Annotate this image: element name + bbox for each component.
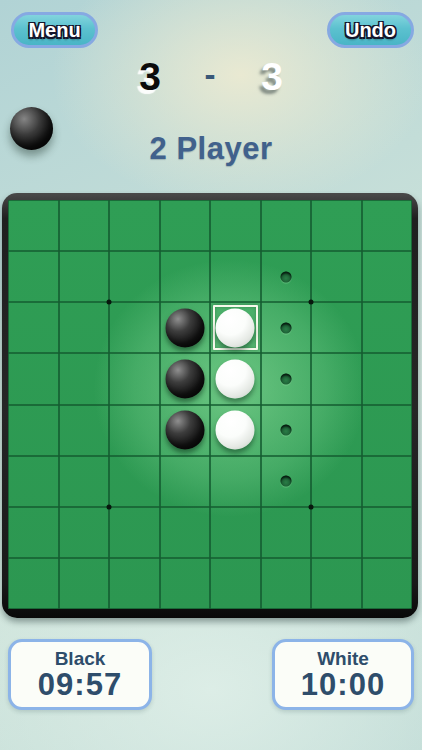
cell-e2[interactable] — [210, 251, 261, 302]
cell-h3[interactable] — [362, 302, 413, 353]
cell-c4[interactable] — [109, 353, 160, 404]
cell-e3[interactable] — [210, 302, 261, 353]
cell-b1[interactable] — [59, 200, 110, 251]
cell-d6[interactable] — [160, 456, 211, 507]
white-clock: White 10:00 — [272, 639, 414, 710]
score-black: 3 — [120, 55, 180, 99]
cell-c6[interactable] — [109, 456, 160, 507]
legal-move-hint[interactable] — [280, 373, 291, 384]
cell-g3[interactable] — [311, 302, 362, 353]
black-disc — [165, 411, 204, 450]
cell-g1[interactable] — [311, 200, 362, 251]
white-disc — [216, 359, 255, 398]
cell-g4[interactable] — [311, 353, 362, 404]
legal-move-hint[interactable] — [280, 476, 291, 487]
cell-d8[interactable] — [160, 558, 211, 609]
cell-c8[interactable] — [109, 558, 160, 609]
cell-g7[interactable] — [311, 507, 362, 558]
board-star-point — [107, 504, 112, 509]
cell-h4[interactable] — [362, 353, 413, 404]
cell-a8[interactable] — [8, 558, 59, 609]
cell-b4[interactable] — [59, 353, 110, 404]
cell-d7[interactable] — [160, 507, 211, 558]
othello-board — [8, 200, 412, 609]
cell-g8[interactable] — [311, 558, 362, 609]
score-separator: - — [180, 56, 240, 94]
cell-b7[interactable] — [59, 507, 110, 558]
cell-d2[interactable] — [160, 251, 211, 302]
black-clock: Black 09:57 — [8, 639, 152, 710]
cell-e1[interactable] — [210, 200, 261, 251]
cell-a7[interactable] — [8, 507, 59, 558]
cell-a2[interactable] — [8, 251, 59, 302]
cell-a3[interactable] — [8, 302, 59, 353]
cell-a5[interactable] — [8, 405, 59, 456]
cell-g6[interactable] — [311, 456, 362, 507]
board-star-point — [107, 300, 112, 305]
cell-g5[interactable] — [311, 405, 362, 456]
cell-a1[interactable] — [8, 200, 59, 251]
cell-h8[interactable] — [362, 558, 413, 609]
cell-g2[interactable] — [311, 251, 362, 302]
cell-h2[interactable] — [362, 251, 413, 302]
cell-a4[interactable] — [8, 353, 59, 404]
cell-f2[interactable] — [261, 251, 312, 302]
white-clock-label: White — [317, 649, 369, 669]
cell-c2[interactable] — [109, 251, 160, 302]
board-frame — [2, 193, 418, 618]
cell-c1[interactable] — [109, 200, 160, 251]
legal-move-hint[interactable] — [280, 322, 291, 333]
cell-b5[interactable] — [59, 405, 110, 456]
cell-e8[interactable] — [210, 558, 261, 609]
cell-h1[interactable] — [362, 200, 413, 251]
cell-f6[interactable] — [261, 456, 312, 507]
cell-c7[interactable] — [109, 507, 160, 558]
game-mode-label: 2 Player — [0, 131, 422, 167]
cell-e4[interactable] — [210, 353, 261, 404]
cell-d4[interactable] — [160, 353, 211, 404]
cell-f1[interactable] — [261, 200, 312, 251]
board-star-point — [309, 504, 314, 509]
cell-c3[interactable] — [109, 302, 160, 353]
cell-f4[interactable] — [261, 353, 312, 404]
black-clock-label: Black — [55, 649, 106, 669]
cell-b3[interactable] — [59, 302, 110, 353]
cell-f3[interactable] — [261, 302, 312, 353]
cell-h5[interactable] — [362, 405, 413, 456]
score-white: 3 — [242, 55, 302, 99]
cell-d3[interactable] — [160, 302, 211, 353]
cell-d5[interactable] — [160, 405, 211, 456]
black-clock-time: 09:57 — [38, 669, 122, 701]
menu-button[interactable]: Menu — [11, 12, 98, 48]
cell-f7[interactable] — [261, 507, 312, 558]
white-disc — [216, 411, 255, 450]
cell-b2[interactable] — [59, 251, 110, 302]
white-clock-time: 10:00 — [301, 669, 385, 701]
cell-h7[interactable] — [362, 507, 413, 558]
legal-move-hint[interactable] — [280, 271, 291, 282]
cell-a6[interactable] — [8, 456, 59, 507]
board-star-point — [309, 300, 314, 305]
cell-h6[interactable] — [362, 456, 413, 507]
black-disc — [165, 359, 204, 398]
cell-d1[interactable] — [160, 200, 211, 251]
undo-button[interactable]: Undo — [327, 12, 414, 48]
cell-e6[interactable] — [210, 456, 261, 507]
legal-move-hint[interactable] — [280, 425, 291, 436]
white-disc — [216, 308, 255, 347]
cell-b6[interactable] — [59, 456, 110, 507]
cell-c5[interactable] — [109, 405, 160, 456]
cell-f5[interactable] — [261, 405, 312, 456]
cell-b8[interactable] — [59, 558, 110, 609]
black-disc — [165, 308, 204, 347]
score-display: 3 - 3 — [0, 55, 422, 101]
cell-f8[interactable] — [261, 558, 312, 609]
cell-e5[interactable] — [210, 405, 261, 456]
cell-e7[interactable] — [210, 507, 261, 558]
